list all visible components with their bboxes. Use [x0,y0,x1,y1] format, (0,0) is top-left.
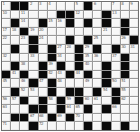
black-cell-r8-c7 [57,62,65,70]
clue-number: 46 [21,79,25,83]
cell-r11-c4[interactable]: 53 [29,88,37,96]
black-cell-r11-c13 [112,88,120,96]
clue-number: 25 [94,36,98,40]
black-cell-r15-c4 [29,122,37,130]
cell-r4-c5[interactable]: 20 [39,28,47,36]
clue-number: 43 [57,71,61,75]
clue-number: 70 [76,114,80,118]
cell-r13-c1[interactable]: 63 [2,105,10,113]
cell-r7-c7[interactable]: 34 [57,54,65,62]
cell-r2-c11[interactable] [93,11,101,19]
black-cell-r2-c7 [57,11,65,19]
cell-r11-c5[interactable] [39,88,47,96]
clue-number: 39 [48,62,52,66]
cell-r3-c13[interactable] [112,19,120,27]
cell-r15-c5[interactable]: 72 [39,122,47,130]
cell-r2-c10[interactable] [84,11,92,19]
cell-r7-c5[interactable] [39,54,47,62]
cell-r13-c6[interactable] [48,105,56,113]
black-cell-r10-c6 [48,79,56,87]
clue-number: 5 [76,2,78,6]
clue-number: 14 [21,19,25,23]
clue-number: 8 [121,2,123,6]
cell-r7-c11[interactable]: 36 [93,54,101,62]
black-cell-r3-c5 [39,19,47,27]
cell-r13-c13[interactable]: 66 [112,105,120,113]
clue-number: 2 [30,2,32,6]
clue-number: 71 [3,122,7,126]
cell-r10-c8[interactable] [66,79,74,87]
black-cell-r11-c8 [66,88,74,96]
black-cell-r13-c4 [29,105,37,113]
crossword-puzzle-screenshot: 1234567891011121314151617181920212223242… [0,0,140,132]
cell-r9-c9[interactable]: 44 [75,71,83,79]
cell-r10-c13[interactable]: 50 [112,79,120,87]
black-cell-r11-c6 [48,88,56,96]
black-cell-r15-c14 [121,122,129,130]
cell-r5-c1[interactable]: 22 [2,36,10,44]
cell-r1-c4[interactable]: 2 [29,2,37,10]
clue-number: 19 [30,28,34,32]
black-cell-r6-c11 [93,45,101,53]
cell-r6-c1[interactable] [2,45,10,53]
cell-r10-c2[interactable] [11,79,19,87]
cell-r14-c10[interactable] [84,114,92,122]
cell-r11-c1[interactable] [2,88,10,96]
cell-r5-c3[interactable]: 23 [20,36,28,44]
cell-r8-c13[interactable] [112,62,120,70]
clue-number: 4 [48,2,50,6]
black-cell-r1-c10 [84,2,92,10]
black-cell-r15-c10 [84,122,92,130]
cell-r14-c9[interactable]: 70 [75,114,83,122]
cell-r10-c10[interactable]: 49 [84,79,92,87]
clue-number: 15 [48,19,52,23]
cell-r12-c12[interactable] [102,97,110,105]
cell-r11-c3[interactable]: 52 [20,88,28,96]
black-cell-r10-c4 [29,79,37,87]
black-cell-r14-c2 [11,114,19,122]
cell-r7-c15[interactable] [130,54,138,62]
cell-r7-c3[interactable] [20,54,28,62]
cell-r1-c14[interactable]: 8 [121,2,129,10]
cell-r11-c15[interactable] [130,88,138,96]
clue-number: 72 [39,122,43,126]
black-cell-r6-c9 [75,45,83,53]
black-cell-r13-c7 [57,105,65,113]
cell-r1-c13[interactable]: 7 [112,2,120,10]
black-cell-r13-c10 [84,105,92,113]
cell-r8-c8[interactable] [66,62,74,70]
cell-r10-c11[interactable] [93,79,101,87]
black-cell-r10-c12 [102,79,110,87]
clue-number: 50 [112,79,116,83]
cell-r9-c7[interactable]: 43 [57,71,65,79]
cell-r2-c14[interactable] [121,11,129,19]
black-cell-r9-c10 [84,71,92,79]
cell-r8-c4[interactable] [29,62,37,70]
cell-r7-c2[interactable] [11,54,19,62]
cell-r2-c15[interactable] [130,11,138,19]
cell-r4-c10[interactable] [84,28,92,36]
black-cell-r2-c12 [102,11,110,19]
black-cell-r9-c12 [102,71,110,79]
cell-r1-c9[interactable]: 5 [75,2,83,10]
black-cell-r1-c3 [20,2,28,10]
black-cell-r12-c13 [112,97,120,105]
cell-r2-c3[interactable]: 11 [20,11,28,19]
clue-number: 69 [57,114,61,118]
clue-number: 30 [121,45,125,49]
cell-r8-c15[interactable] [130,62,138,70]
black-cell-r13-c5 [39,105,47,113]
black-cell-r3-c8 [66,19,74,27]
clue-number: 58 [48,97,52,101]
cell-r1-c12[interactable] [102,2,110,10]
clue-number: 9 [130,2,132,6]
cell-r2-c1[interactable]: 10 [2,11,10,19]
clue-number: 27 [57,45,61,49]
clue-number: 7 [112,2,114,6]
black-cell-r14-c8 [66,114,74,122]
cell-r5-c14[interactable]: 26 [121,36,129,44]
clue-number: 56 [3,97,7,101]
clue-number: 29 [85,45,89,49]
black-cell-r12-c9 [75,97,83,105]
cell-r2-c2[interactable] [11,11,19,19]
cell-r2-c13[interactable]: 13 [112,11,120,19]
black-cell-r7-c9 [75,54,83,62]
cell-r5-c7[interactable] [57,36,65,44]
cell-r8-c6[interactable]: 39 [48,62,56,70]
black-cell-r12-c3 [20,97,28,105]
cell-r1-c6[interactable]: 4 [48,2,56,10]
clue-number: 47 [39,79,43,83]
cell-r13-c14[interactable] [121,105,129,113]
clue-number: 26 [121,36,125,40]
cell-r14-c1[interactable] [2,114,10,122]
cell-r6-c15[interactable]: 31 [130,45,138,53]
black-cell-r14-c6 [48,114,56,122]
cell-r15-c2[interactable] [11,122,19,130]
cell-r2-c5[interactable] [39,11,47,19]
black-cell-r9-c5 [39,71,47,79]
cell-r15-c15[interactable] [130,122,138,130]
black-cell-r8-c2 [11,62,19,70]
cell-r1-c5[interactable]: 3 [39,2,47,10]
cell-r5-c13[interactable] [112,36,120,44]
cell-r13-c9[interactable]: 65 [75,105,83,113]
cell-r11-c12[interactable]: 54 [102,88,110,96]
cell-r5-c5[interactable]: 24 [39,36,47,44]
cell-r4-c11[interactable] [93,28,101,36]
cell-r9-c11[interactable] [93,71,101,79]
clue-number: 62 [121,97,125,101]
clue-number: 18 [12,28,16,32]
cell-r9-c13[interactable] [112,71,120,79]
cell-r6-c10[interactable]: 29 [84,45,92,53]
cell-r5-c2[interactable] [11,36,19,44]
clue-number: 11 [21,11,25,15]
cell-r15-c1[interactable]: 71 [2,122,10,130]
cell-r3-c6[interactable]: 15 [48,19,56,27]
cell-r3-c1[interactable] [2,19,10,27]
cell-r13-c8[interactable]: 64 [66,105,74,113]
cell-r3-c11[interactable] [93,19,101,27]
clue-number: 20 [39,28,43,32]
cell-r11-c14[interactable]: 55 [121,88,129,96]
cell-r12-c15[interactable] [130,97,138,105]
clue-number: 28 [66,45,70,49]
black-cell-r8-c9 [75,62,83,70]
cell-r3-c4[interactable] [29,19,37,27]
black-cell-r14-c3 [20,114,28,122]
black-cell-r4-c3 [20,28,28,36]
cell-r14-c5[interactable]: 68 [39,114,47,122]
cell-r9-c4[interactable] [29,71,37,79]
cell-r7-c12[interactable] [102,54,110,62]
black-cell-r9-c3 [20,71,28,79]
cell-r14-c4[interactable]: 67 [29,114,37,122]
cell-r1-c11[interactable]: 6 [93,2,101,10]
clue-number: 13 [112,11,116,15]
black-cell-r5-c15 [130,36,138,44]
clue-number: 49 [85,79,89,83]
cell-r1-c1[interactable]: 1 [2,2,10,10]
black-cell-r6-c2 [11,45,19,53]
cell-r8-c10[interactable]: 40 [84,62,92,70]
clue-number: 44 [76,71,80,75]
cell-r6-c7[interactable]: 27 [57,45,65,53]
black-cell-r8-c12 [102,62,110,70]
cell-r14-c14[interactable] [121,114,129,122]
black-cell-r3-c10 [84,19,92,27]
cell-r1-c15[interactable]: 9 [130,2,138,10]
black-cell-r8-c14 [121,62,129,70]
cell-r12-c1[interactable]: 56 [2,97,10,105]
black-cell-r3-c14 [121,19,129,27]
cell-r13-c15[interactable] [130,105,138,113]
clue-number: 55 [121,88,125,92]
clue-number: 52 [21,88,25,92]
cell-r2-c4[interactable] [29,11,37,19]
clue-number: 45 [3,79,7,83]
clue-number: 34 [57,54,61,58]
cell-r15-c13[interactable] [112,122,120,130]
black-cell-r11-c11 [93,88,101,96]
black-cell-r1-c2 [11,2,19,10]
cell-r4-c1[interactable]: 17 [2,28,10,36]
cell-r6-c8[interactable]: 28 [66,45,74,53]
black-cell-r3-c2 [11,19,19,27]
cell-r14-c11[interactable] [93,114,101,122]
cell-r12-c14[interactable]: 62 [121,97,129,105]
cell-r15-c8[interactable] [66,122,74,130]
clue-number: 31 [130,45,134,49]
clue-number: 3 [39,2,41,6]
cell-r6-c12[interactable] [102,45,110,53]
cell-r13-c11[interactable] [93,105,101,113]
black-cell-r6-c4 [29,45,37,53]
cell-r11-c10[interactable] [84,88,92,96]
cell-r1-c7[interactable] [57,2,65,10]
cell-r10-c7[interactable]: 48 [57,79,65,87]
black-cell-r11-c9 [75,88,83,96]
black-cell-r9-c14 [121,71,129,79]
cell-r10-c5[interactable]: 47 [39,79,47,87]
clue-number: 32 [3,54,7,58]
cell-r6-c5[interactable] [39,45,47,53]
black-cell-r13-c12 [102,105,110,113]
black-cell-r3-c12 [102,19,110,27]
cell-r7-c1[interactable]: 32 [2,54,10,62]
black-cell-r15-c12 [102,122,110,130]
cell-r15-c11[interactable] [93,122,101,130]
cell-r3-c9[interactable] [75,19,83,27]
clue-number: 60 [85,97,89,101]
clue-number: 23 [21,36,25,40]
cell-r4-c2[interactable]: 18 [11,28,19,36]
clue-number: 33 [30,54,34,58]
cell-r12-c10[interactable]: 60 [84,97,92,105]
cell-r3-c15[interactable] [130,19,138,27]
clue-number: 59 [66,97,70,101]
black-cell-r7-c6 [48,54,56,62]
black-cell-r9-c8 [66,71,74,79]
clue-number: 51 [121,79,125,83]
clue-number: 64 [66,105,70,109]
black-cell-r2-c8 [66,11,74,19]
cell-r8-c1[interactable] [2,62,10,70]
black-cell-r12-c7 [57,97,65,105]
cell-r6-c3[interactable] [20,45,28,53]
black-cell-r7-c14 [121,54,129,62]
clue-number: 54 [103,88,107,92]
black-cell-r5-c10 [84,36,92,44]
cell-r4-c7[interactable] [57,28,65,36]
black-cell-r6-c6 [48,45,56,53]
clue-number: 63 [3,105,7,109]
cell-r5-c11[interactable]: 25 [93,36,101,44]
cell-r10-c14[interactable]: 51 [121,79,129,87]
cell-r14-c12[interactable] [102,114,110,122]
cell-r5-c12[interactable] [102,36,110,44]
cell-r9-c2[interactable]: 41 [11,71,19,79]
black-cell-r4-c14 [121,28,129,36]
cell-r4-c8[interactable] [66,28,74,36]
cell-r13-c2[interactable] [11,105,19,113]
cell-r6-c14[interactable]: 30 [121,45,129,53]
clue-number: 12 [76,11,80,15]
black-cell-r9-c1 [2,71,10,79]
cell-r10-c3[interactable]: 46 [20,79,28,87]
clue-number: 36 [94,54,98,58]
cell-r4-c6[interactable] [48,28,56,36]
clue-number: 53 [30,88,34,92]
cell-r4-c13[interactable] [112,28,120,36]
black-cell-r8-c5 [39,62,47,70]
clue-number: 42 [48,71,52,75]
cell-r14-c7[interactable]: 69 [57,114,65,122]
clue-number: 35 [85,54,89,58]
black-cell-r6-c13 [112,45,120,53]
clue-number: 17 [3,28,7,32]
clue-number: 65 [76,105,80,109]
cell-r4-c15[interactable] [130,28,138,36]
clue-number: 48 [57,79,61,83]
cell-r12-c8[interactable]: 59 [66,97,74,105]
black-cell-r5-c8 [66,36,74,44]
cell-r11-c7[interactable] [57,88,65,96]
cell-r10-c9[interactable] [75,79,83,87]
clue-number: 61 [94,97,98,101]
cell-r2-c6[interactable] [48,11,56,19]
cell-r5-c9[interactable] [75,36,83,44]
clue-number: 10 [3,11,7,15]
cell-r8-c11[interactable] [93,62,101,70]
cell-r2-c9[interactable]: 12 [75,11,83,19]
cell-r15-c6[interactable] [48,122,56,130]
cell-r8-c3[interactable]: 38 [20,62,28,70]
cell-r9-c15[interactable] [130,71,138,79]
cell-r14-c13[interactable] [112,114,120,122]
clue-number: 37 [112,54,116,58]
crossword-grid: 1234567891011121314151617181920212223242… [1,1,139,131]
cell-r12-c6[interactable]: 58 [48,97,56,105]
cell-r12-c2[interactable]: 57 [11,97,19,105]
cell-r9-c6[interactable]: 42 [48,71,56,79]
cell-r12-c11[interactable]: 61 [93,97,101,105]
cell-r3-c3[interactable]: 14 [20,19,28,27]
clue-number: 24 [39,36,43,40]
black-cell-r5-c4 [29,36,37,44]
clue-number: 38 [21,62,25,66]
clue-number: 22 [3,36,7,40]
cell-r13-c3[interactable] [20,105,28,113]
cell-r1-c8[interactable] [66,2,74,10]
clue-number: 6 [94,2,96,6]
cell-r3-c7[interactable]: 16 [57,19,65,27]
clue-number: 67 [30,114,34,118]
clue-number: 57 [12,97,16,101]
cell-r5-c6[interactable] [48,36,56,44]
cell-r4-c12[interactable]: 21 [102,28,110,36]
clue-number: 41 [12,71,16,75]
cell-r10-c1[interactable]: 45 [2,79,10,87]
clue-number: 40 [85,62,89,66]
cell-r4-c4[interactable]: 19 [29,28,37,36]
clue-number: 16 [57,19,61,23]
cell-r14-c15[interactable] [130,114,138,122]
cell-r15-c9[interactable] [75,122,83,130]
clue-number: 68 [39,114,43,118]
cell-r7-c4[interactable]: 33 [29,54,37,62]
clue-number: 21 [103,28,107,32]
cell-r12-c4[interactable] [29,97,37,105]
cell-r7-c8[interactable] [66,54,74,62]
cell-r10-c15[interactable] [130,79,138,87]
cell-r15-c7[interactable] [57,122,65,130]
black-cell-r11-c2 [11,88,19,96]
cell-r7-c13[interactable]: 37 [112,54,120,62]
cell-r7-c10[interactable]: 35 [84,54,92,62]
cell-r15-c3[interactable] [20,122,28,130]
black-cell-r12-c5 [39,97,47,105]
clue-number: 66 [112,105,116,109]
cell-r4-c9[interactable] [75,28,83,36]
clue-number: 1 [3,2,5,6]
